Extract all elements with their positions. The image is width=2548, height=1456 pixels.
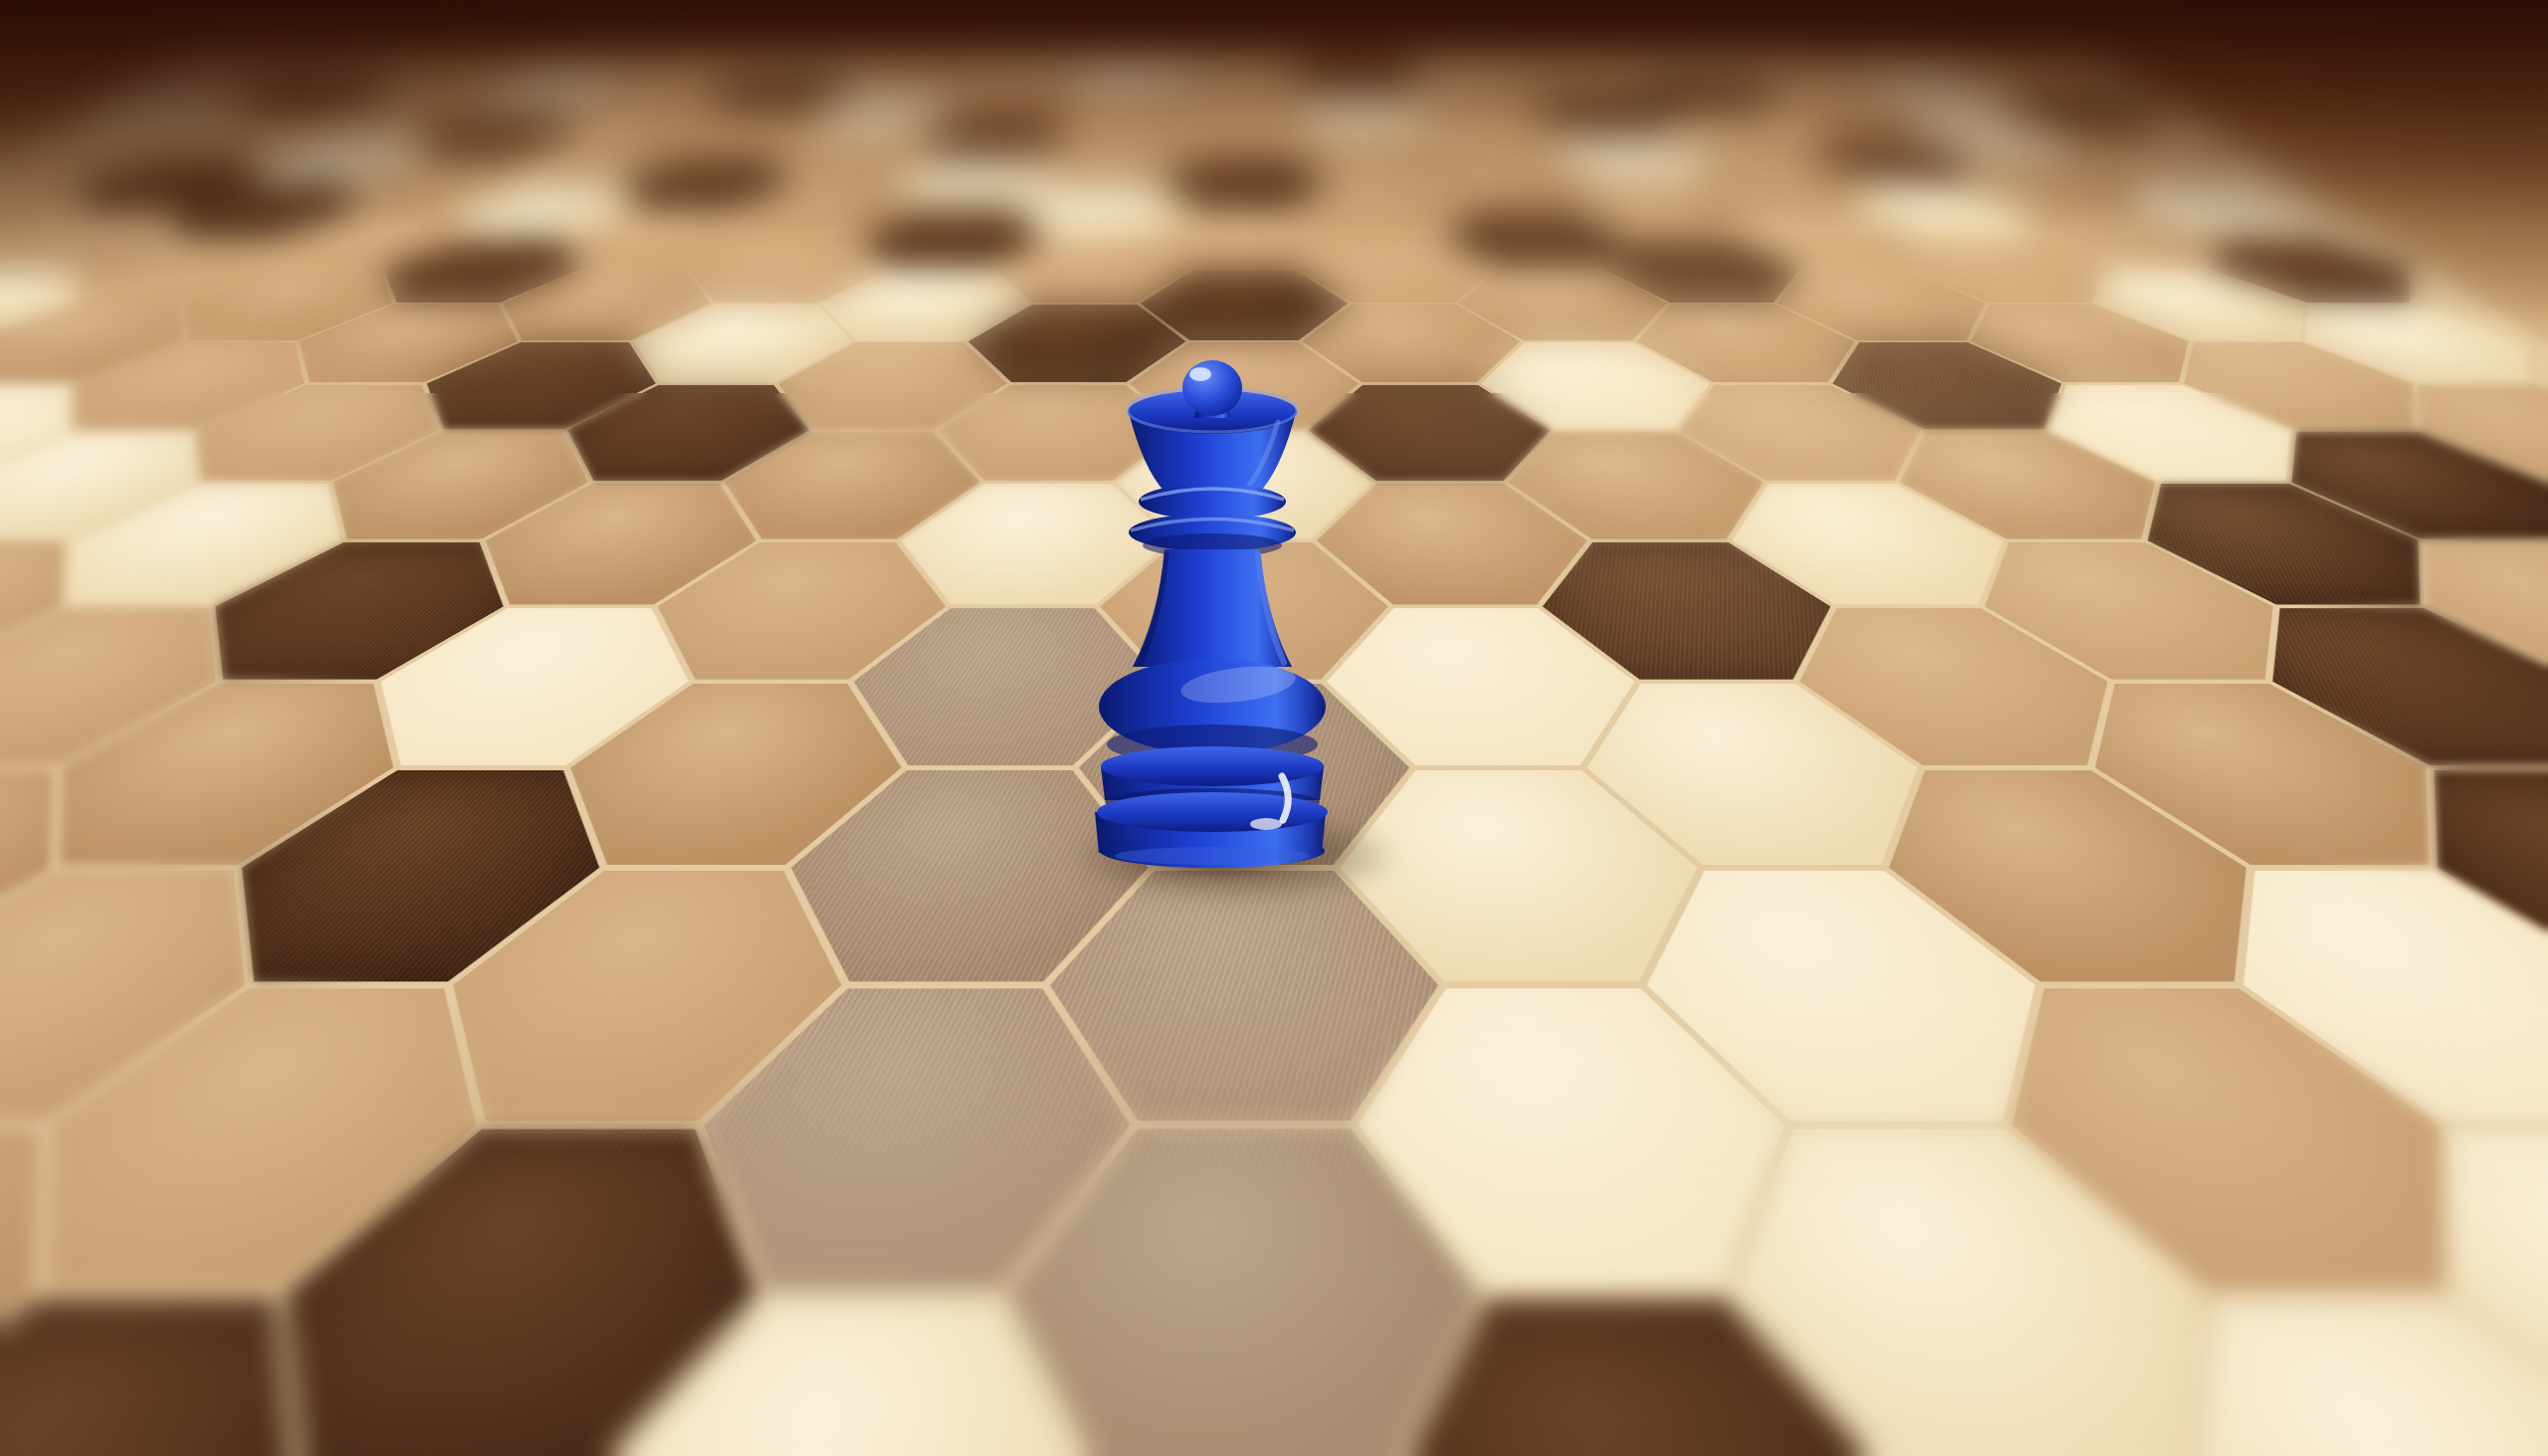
- photo-scene: ♛: [0, 0, 2548, 1456]
- blue-queen-piece: ♛: [1087, 350, 1334, 870]
- queen-icon: [1087, 350, 1334, 870]
